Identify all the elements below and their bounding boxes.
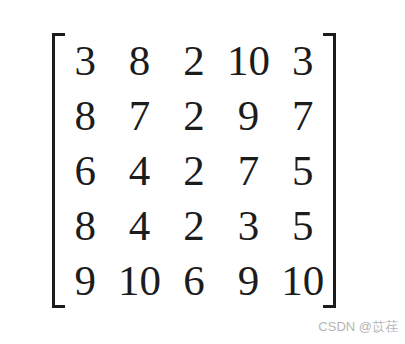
matrix-cell-r4c1: 10 xyxy=(112,253,166,308)
matrix-cell-r4c2: 6 xyxy=(167,253,221,308)
matrix-cell-r3c1: 4 xyxy=(112,198,166,253)
matrix-cell-r2c3: 7 xyxy=(221,143,275,198)
matrix-cell-r1c0: 8 xyxy=(58,88,112,143)
matrix-cell-r4c3: 9 xyxy=(221,253,275,308)
matrix-cell-r0c2: 2 xyxy=(167,33,221,88)
matrix-cell-r1c3: 9 xyxy=(221,88,275,143)
matrix-cell-r0c3: 10 xyxy=(221,33,275,88)
matrix-cell-r1c4: 7 xyxy=(276,88,330,143)
matrix-cell-r1c1: 7 xyxy=(112,88,166,143)
matrix-cell-r2c2: 2 xyxy=(167,143,221,198)
matrix-grid: 3 8 2 10 3 8 7 2 9 7 6 4 2 7 5 8 4 2 3 5… xyxy=(58,33,330,308)
matrix-cell-r4c0: 9 xyxy=(58,253,112,308)
matrix-cell-r3c4: 5 xyxy=(276,198,330,253)
csdn-watermark: CSDN @苡荏 xyxy=(318,318,398,336)
matrix-cell-r0c4: 3 xyxy=(276,33,330,88)
matrix-cell-r3c3: 3 xyxy=(221,198,275,253)
matrix-cell-r2c1: 4 xyxy=(112,143,166,198)
matrix-cell-r4c4: 10 xyxy=(276,253,330,308)
matrix-cell-r3c0: 8 xyxy=(58,198,112,253)
matrix-cell-r0c0: 3 xyxy=(58,33,112,88)
matrix-cell-r2c4: 5 xyxy=(276,143,330,198)
matrix-cell-r1c2: 2 xyxy=(167,88,221,143)
matrix-cell-r3c2: 2 xyxy=(167,198,221,253)
matrix-diagram: 3 8 2 10 3 8 7 2 9 7 6 4 2 7 5 8 4 2 3 5… xyxy=(52,33,336,308)
matrix-cell-r2c0: 6 xyxy=(58,143,112,198)
matrix-cell-r0c1: 8 xyxy=(112,33,166,88)
